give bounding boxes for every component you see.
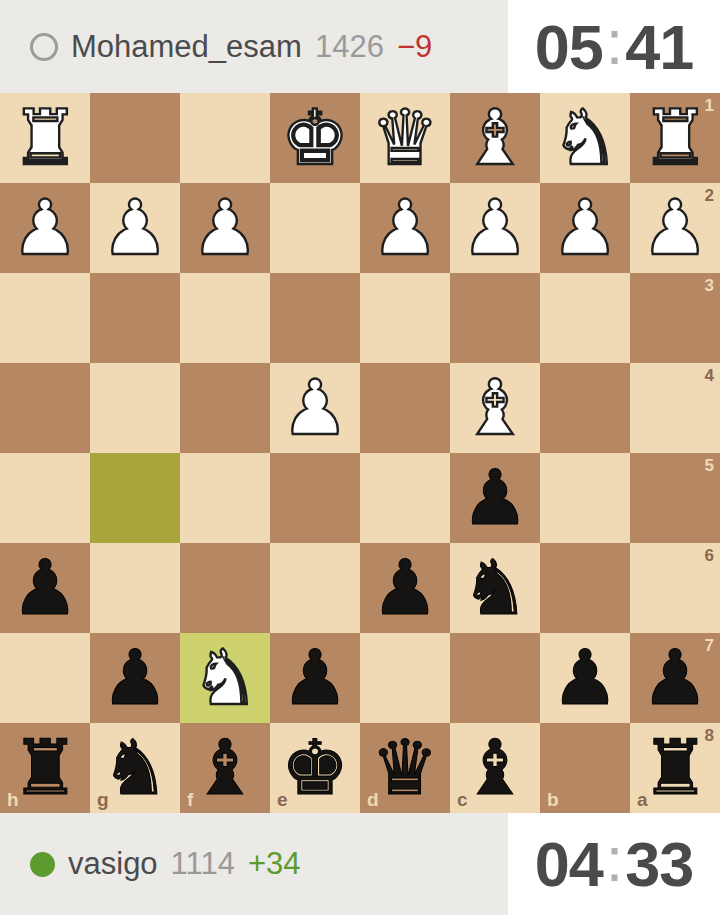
piece-black-pawn: ♟	[450, 453, 540, 543]
square-h3[interactable]	[0, 273, 90, 363]
piece-white-pawn: ♟	[270, 363, 360, 453]
square-e4[interactable]: ♟	[270, 363, 360, 453]
square-a8[interactable]: ♜8a	[630, 723, 720, 813]
square-f4[interactable]	[180, 363, 270, 453]
bottom-clock-minutes: 04	[535, 828, 603, 900]
piece-black-knight: ♞	[450, 543, 540, 633]
square-b3[interactable]	[540, 273, 630, 363]
square-d6[interactable]: ♟	[360, 543, 450, 633]
square-c4[interactable]: ♝	[450, 363, 540, 453]
piece-white-knight: ♞	[180, 633, 270, 723]
square-h7[interactable]	[0, 633, 90, 723]
file-coordinate-a: a	[637, 789, 648, 811]
top-player-clock: 05:41	[508, 0, 720, 93]
piece-white-rook: ♜	[630, 93, 720, 183]
top-clock-minutes: 05	[535, 11, 603, 83]
square-a5[interactable]: 5	[630, 453, 720, 543]
square-e5[interactable]	[270, 453, 360, 543]
square-b2[interactable]: ♟	[540, 183, 630, 273]
piece-black-rook: ♜	[0, 723, 90, 813]
file-coordinate-h: h	[7, 789, 19, 811]
square-e7[interactable]: ♟	[270, 633, 360, 723]
square-f7[interactable]: ♞	[180, 633, 270, 723]
piece-white-bishop: ♝	[450, 93, 540, 183]
piece-white-pawn: ♟	[450, 183, 540, 273]
top-player-name: Mohamed_esam	[71, 29, 302, 65]
square-g7[interactable]: ♟	[90, 633, 180, 723]
piece-white-queen: ♛	[360, 93, 450, 183]
piece-black-pawn: ♟	[270, 633, 360, 723]
square-g8[interactable]: ♞g	[90, 723, 180, 813]
square-b6[interactable]	[540, 543, 630, 633]
piece-white-knight: ♞	[540, 93, 630, 183]
piece-black-bishop: ♝	[180, 723, 270, 813]
square-g4[interactable]	[90, 363, 180, 453]
rank-coordinate-4: 4	[705, 366, 714, 386]
square-d2[interactable]: ♟	[360, 183, 450, 273]
piece-white-rook: ♜	[0, 93, 90, 183]
square-h2[interactable]: ♟	[0, 183, 90, 273]
square-d1[interactable]: ♛	[360, 93, 450, 183]
piece-white-bishop: ♝	[450, 363, 540, 453]
square-b5[interactable]	[540, 453, 630, 543]
square-f8[interactable]: ♝f	[180, 723, 270, 813]
square-f5[interactable]	[180, 453, 270, 543]
square-g2[interactable]: ♟	[90, 183, 180, 273]
square-a3[interactable]: 3	[630, 273, 720, 363]
bottom-player-clock: 04:33	[508, 813, 720, 915]
file-coordinate-e: e	[277, 789, 288, 811]
file-coordinate-d: d	[367, 789, 379, 811]
piece-black-knight: ♞	[90, 723, 180, 813]
online-status-dot-icon	[30, 852, 55, 877]
rank-coordinate-5: 5	[705, 456, 714, 476]
rank-coordinate-1: 1	[705, 96, 714, 116]
file-coordinate-f: f	[187, 789, 193, 811]
piece-white-pawn: ♟	[180, 183, 270, 273]
piece-black-pawn: ♟	[360, 543, 450, 633]
piece-black-pawn: ♟	[540, 633, 630, 723]
chess-game-screen: Mohamed_esam 1426 −9 05:41 ♜♚♛♝♞♜1♟♟♟♟♟♟…	[0, 0, 720, 915]
piece-white-pawn: ♟	[90, 183, 180, 273]
square-h6[interactable]: ♟	[0, 543, 90, 633]
bottom-player-info[interactable]: vasigo 1114 +34	[0, 813, 301, 915]
piece-black-pawn: ♟	[90, 633, 180, 723]
square-e1[interactable]: ♚	[270, 93, 360, 183]
rank-coordinate-6: 6	[705, 546, 714, 566]
file-coordinate-b: b	[547, 789, 559, 811]
top-clock-separator: :	[603, 6, 626, 78]
piece-white-king: ♚	[270, 93, 360, 183]
rank-coordinate-7: 7	[705, 636, 714, 656]
square-b7[interactable]: ♟	[540, 633, 630, 723]
file-coordinate-g: g	[97, 789, 109, 811]
piece-black-rook: ♜	[630, 723, 720, 813]
square-g1[interactable]	[90, 93, 180, 183]
square-d8[interactable]: ♛d	[360, 723, 450, 813]
square-g3[interactable]	[90, 273, 180, 363]
piece-white-pawn: ♟	[0, 183, 90, 273]
rank-coordinate-8: 8	[705, 726, 714, 746]
bottom-clock-separator: :	[603, 823, 626, 895]
square-a1[interactable]: ♜1	[630, 93, 720, 183]
square-b1[interactable]: ♞	[540, 93, 630, 183]
piece-white-pawn: ♟	[360, 183, 450, 273]
square-c2[interactable]: ♟	[450, 183, 540, 273]
square-c5[interactable]: ♟	[450, 453, 540, 543]
square-h8[interactable]: ♜h	[0, 723, 90, 813]
square-c1[interactable]: ♝	[450, 93, 540, 183]
square-f6[interactable]	[180, 543, 270, 633]
square-e8[interactable]: ♚e	[270, 723, 360, 813]
piece-black-king: ♚	[270, 723, 360, 813]
offline-status-ring-icon	[30, 33, 58, 61]
square-f3[interactable]	[180, 273, 270, 363]
square-d3[interactable]	[360, 273, 450, 363]
square-c7[interactable]	[450, 633, 540, 723]
square-a4[interactable]: 4	[630, 363, 720, 453]
piece-white-pawn: ♟	[630, 183, 720, 273]
square-a6[interactable]: 6	[630, 543, 720, 633]
file-coordinate-c: c	[457, 789, 468, 811]
rank-coordinate-3: 3	[705, 276, 714, 296]
square-e6[interactable]	[270, 543, 360, 633]
rank-coordinate-2: 2	[705, 186, 714, 206]
piece-black-pawn: ♟	[0, 543, 90, 633]
bottom-player-rating: 1114	[171, 846, 235, 882]
square-c8[interactable]: ♝c	[450, 723, 540, 813]
piece-white-pawn: ♟	[540, 183, 630, 273]
square-e3[interactable]	[270, 273, 360, 363]
top-player-rating-delta: −9	[397, 29, 432, 65]
square-b4[interactable]	[540, 363, 630, 453]
piece-black-bishop: ♝	[450, 723, 540, 813]
piece-black-queen: ♛	[360, 723, 450, 813]
square-h1[interactable]: ♜	[0, 93, 90, 183]
square-d7[interactable]	[360, 633, 450, 723]
square-d4[interactable]	[360, 363, 450, 453]
bottom-player-name: vasigo	[68, 846, 158, 882]
top-player-bar: Mohamed_esam 1426 −9 05:41	[0, 0, 720, 93]
square-a2[interactable]: ♟2	[630, 183, 720, 273]
square-g5[interactable]	[90, 453, 180, 543]
square-h5[interactable]	[0, 453, 90, 543]
square-e2[interactable]	[270, 183, 360, 273]
square-c6[interactable]: ♞	[450, 543, 540, 633]
bottom-clock-seconds: 33	[625, 828, 693, 900]
square-f1[interactable]	[180, 93, 270, 183]
square-g6[interactable]	[90, 543, 180, 633]
top-clock-seconds: 41	[625, 11, 693, 83]
square-b8[interactable]: b	[540, 723, 630, 813]
square-f2[interactable]: ♟	[180, 183, 270, 273]
square-c3[interactable]	[450, 273, 540, 363]
square-h4[interactable]	[0, 363, 90, 453]
piece-black-pawn: ♟	[630, 633, 720, 723]
square-a7[interactable]: ♟7	[630, 633, 720, 723]
top-player-rating: 1426	[315, 29, 384, 65]
chess-board[interactable]: ♜♚♛♝♞♜1♟♟♟♟♟♟♟23♟♝4♟5♟♟♞6♟♞♟♟♟7♜h♞g♝f♚e♛…	[0, 93, 720, 813]
bottom-player-rating-delta: +34	[248, 846, 301, 882]
top-player-info[interactable]: Mohamed_esam 1426 −9	[0, 0, 432, 93]
bottom-player-bar: vasigo 1114 +34 04:33	[0, 813, 720, 915]
square-d5[interactable]	[360, 453, 450, 543]
